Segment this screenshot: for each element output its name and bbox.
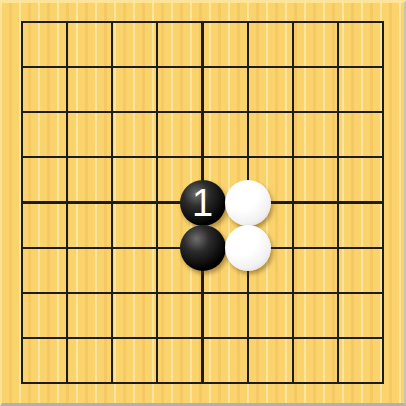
white-stone-f5 bbox=[225, 180, 271, 226]
move-number-label: 1 bbox=[180, 180, 226, 226]
go-board[interactable]: 1 bbox=[0, 0, 406, 406]
black-stone-e4 bbox=[180, 225, 226, 271]
white-stone-f4 bbox=[225, 225, 271, 271]
stones-layer: 1 bbox=[0, 0, 406, 406]
black-stone-e5: 1 bbox=[180, 180, 226, 226]
